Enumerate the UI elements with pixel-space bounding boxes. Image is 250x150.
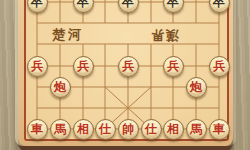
piece-red-soldier[interactable]: 兵	[209, 56, 230, 77]
river-label-han-jie: 漢界	[149, 27, 179, 43]
piece-red-soldier[interactable]: 兵	[27, 56, 48, 77]
piece-red-soldier[interactable]: 兵	[118, 56, 139, 77]
piece-red-advisor[interactable]: 仕	[95, 119, 116, 140]
piece-red-elephant[interactable]: 相	[163, 119, 184, 140]
piece-red-chariot[interactable]: 車	[209, 119, 230, 140]
piece-red-general[interactable]: 帥	[118, 119, 139, 140]
river-label-chu-he: 楚河	[52, 27, 84, 43]
piece-red-cannon[interactable]: 炮	[186, 77, 207, 98]
piece-red-horse[interactable]: 馬	[50, 119, 71, 140]
piece-red-cannon[interactable]: 炮	[50, 77, 71, 98]
app-background: 楚河 漢界 卒卒卒卒卒兵兵兵兵兵炮炮車馬相仕帥仕相馬車	[0, 0, 250, 150]
piece-red-horse[interactable]: 馬	[186, 119, 207, 140]
piece-red-chariot[interactable]: 車	[27, 119, 48, 140]
xiangqi-board[interactable]: 楚河 漢界 卒卒卒卒卒兵兵兵兵兵炮炮車馬相仕帥仕相馬車	[18, 0, 233, 146]
piece-red-elephant[interactable]: 相	[73, 119, 94, 140]
piece-red-advisor[interactable]: 仕	[141, 119, 162, 140]
board-surface: 楚河 漢界 卒卒卒卒卒兵兵兵兵兵炮炮車馬相仕帥仕相馬車	[24, 0, 229, 141]
piece-red-soldier[interactable]: 兵	[163, 56, 184, 77]
piece-red-soldier[interactable]: 兵	[73, 56, 94, 77]
